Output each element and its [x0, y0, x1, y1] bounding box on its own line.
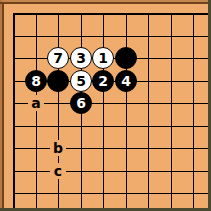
stone-number: 6	[76, 96, 86, 110]
grid-line-vertical	[103, 13, 104, 208]
frame-top-shadow-line	[0, 2, 211, 4]
stone-number: 2	[98, 74, 108, 88]
stone-number: 8	[31, 74, 41, 88]
stone-number: 5	[76, 74, 86, 88]
stone-number: 4	[121, 74, 131, 88]
stone-number: 1	[98, 51, 108, 65]
grid-line-vertical	[148, 13, 149, 208]
grid-line-horizontal	[13, 126, 208, 127]
stone-number: 3	[76, 51, 86, 65]
go-diagram: abc73185246	[0, 0, 211, 211]
frame-left-shadow-line	[2, 2, 4, 211]
grid-line-horizontal	[13, 193, 208, 194]
stone-white-1: 1	[92, 47, 114, 69]
point-label-c: c	[50, 163, 66, 179]
grid-line-vertical	[193, 13, 194, 208]
stone-black-2: 2	[92, 70, 114, 92]
grid-line-horizontal	[13, 148, 208, 149]
stone-white-5: 5	[70, 70, 92, 92]
stone-black	[115, 47, 137, 69]
board-edge-line-horizontal	[13, 13, 208, 15]
goban: abc73185246	[0, 0, 211, 211]
point-label-b: b	[50, 140, 66, 156]
grid-line-horizontal	[13, 36, 208, 37]
grid-line-horizontal	[13, 171, 208, 172]
board-edge-line-vertical	[13, 13, 15, 208]
stone-black-4: 4	[115, 70, 137, 92]
stone-white-3: 3	[70, 47, 92, 69]
stone-white-7: 7	[47, 47, 69, 69]
stone-number: 7	[53, 51, 63, 65]
grid-line-vertical	[171, 13, 172, 208]
stone-black-8: 8	[25, 70, 47, 92]
frame-right-shadow	[208, 0, 211, 211]
grid-line-vertical	[126, 13, 127, 208]
stone-black-6: 6	[70, 92, 92, 114]
stone-black	[47, 70, 69, 92]
point-label-a: a	[28, 95, 44, 111]
frame-bottom-shadow	[0, 208, 211, 211]
